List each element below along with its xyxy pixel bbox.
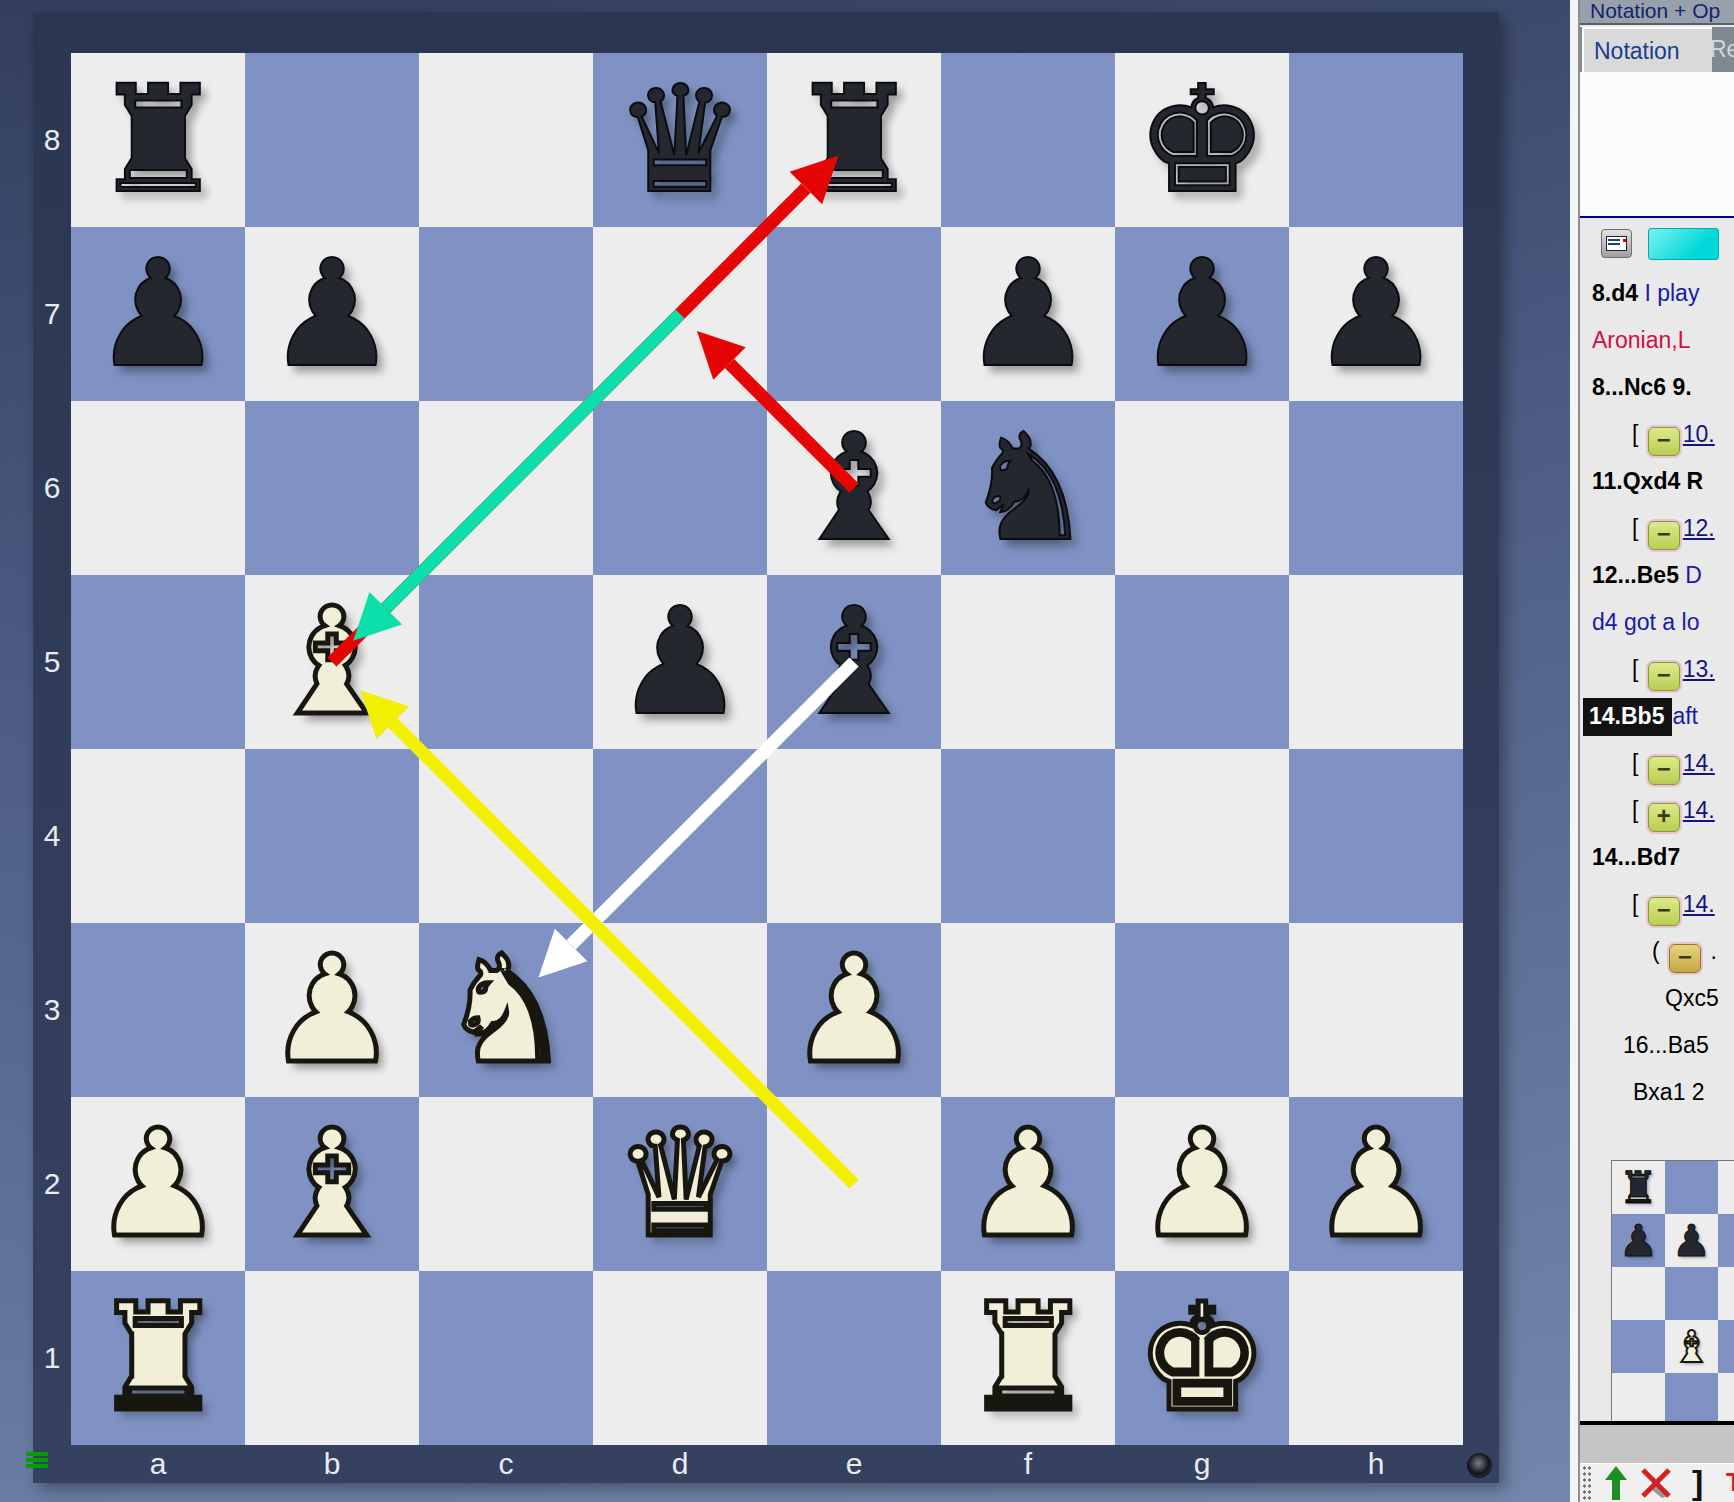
move-link[interactable]: 14.	[1683, 891, 1715, 917]
square-g4[interactable]	[1115, 749, 1289, 923]
text: (	[1652, 938, 1666, 964]
square-a4[interactable]	[1612, 1373, 1665, 1422]
square-d5[interactable]: ♟	[593, 575, 767, 749]
file-label-a: a	[71, 1445, 245, 1483]
square-f2[interactable]: ♟	[941, 1097, 1115, 1271]
square-d1[interactable]	[593, 1271, 767, 1445]
annotation-icon-row	[1580, 226, 1734, 262]
square-a7[interactable]: ♟	[1612, 1214, 1665, 1267]
rank-label-8: 8	[33, 53, 71, 227]
square-a6[interactable]	[71, 401, 245, 575]
panel-splitter[interactable]	[1570, 0, 1580, 1502]
bottom-toolbar: ] T	[1580, 1464, 1734, 1502]
board-corner-knob-icon[interactable]	[1467, 1453, 1492, 1478]
square-h8[interactable]	[1289, 53, 1463, 227]
square-c4[interactable]	[1718, 1373, 1734, 1422]
square-g1[interactable]: ♚	[1115, 1271, 1289, 1445]
notation-line-10: [ −14.	[1580, 740, 1734, 787]
notation-line-3: [ −10.	[1580, 411, 1734, 458]
notation-line-12: 14...Bd7	[1580, 834, 1734, 881]
move-link[interactable]: 14.	[1683, 797, 1715, 823]
black-pawn-h7[interactable]: ♟	[1310, 227, 1443, 401]
file-label-e: e	[767, 1445, 941, 1483]
black-pawn-b7[interactable]: ♟	[266, 227, 399, 401]
square-c6[interactable]	[419, 401, 593, 575]
black-bishop-e5[interactable]: ♝	[788, 575, 921, 749]
panel-title: Notation + Op	[1580, 0, 1734, 25]
square-a1[interactable]: ♜	[71, 1271, 245, 1445]
text: .	[1704, 938, 1717, 964]
square-e5[interactable]: ♝	[767, 575, 941, 749]
file-label-c: c	[419, 1445, 593, 1483]
notation-line-17: Bxa1 2	[1580, 1069, 1734, 1116]
collapse-variation-button[interactable]: −	[1648, 756, 1680, 785]
text: [	[1632, 656, 1645, 682]
black-king-g8[interactable]: ♚	[1136, 53, 1269, 227]
white-knight-c3[interactable]: ♞	[440, 923, 573, 1097]
notation-text: 8.d4 I playAronian,L8...Nc6 9.[ −10.11.Q…	[1580, 270, 1734, 1116]
comment-text: I play	[1638, 280, 1699, 306]
square-b6[interactable]	[245, 401, 419, 575]
comment-text: aft	[1672, 703, 1698, 729]
notation-line-4: 11.Qxd4 R	[1580, 458, 1734, 505]
notation-line-15: Qxc5	[1580, 975, 1734, 1022]
notation-line-0: 8.d4 I play	[1580, 270, 1734, 317]
text: [	[1632, 891, 1645, 917]
square-c7[interactable]	[1718, 1214, 1734, 1267]
move-link[interactable]: 12.	[1683, 515, 1715, 541]
square-b5[interactable]: ♝	[245, 575, 419, 749]
square-g2[interactable]: ♟	[1115, 1097, 1289, 1271]
square-b7[interactable]: ♟	[1665, 1214, 1718, 1267]
move-link[interactable]: 13.	[1683, 656, 1715, 682]
white-rook-a1[interactable]: ♜	[92, 1271, 225, 1445]
square-h5[interactable]	[1289, 575, 1463, 749]
clipped-red-icon[interactable]: T	[1726, 1464, 1734, 1502]
black-rook-a8[interactable]: ♜	[92, 53, 225, 227]
square-h2[interactable]: ♟	[1289, 1097, 1463, 1271]
expand-variation-button[interactable]: +	[1648, 803, 1680, 832]
square-h3[interactable]	[1289, 923, 1463, 1097]
square-e1[interactable]	[767, 1271, 941, 1445]
black-rook-a8[interactable]: ♜	[1619, 1161, 1658, 1214]
square-f5[interactable]	[941, 575, 1115, 749]
move-text[interactable]: 11.Qxd4 R	[1592, 468, 1703, 494]
square-f8[interactable]	[941, 53, 1115, 227]
rank-label-3: 3	[33, 923, 71, 1097]
square-b2[interactable]: ♝	[245, 1097, 419, 1271]
move-link[interactable]: 14.	[1683, 750, 1715, 776]
black-pawn-g7[interactable]: ♟	[1136, 227, 1269, 401]
square-f7[interactable]: ♟	[941, 227, 1115, 401]
player-name: Aronian,L	[1592, 327, 1690, 353]
square-d8[interactable]: ♛	[593, 53, 767, 227]
notation-line-11: [ +14.	[1580, 787, 1734, 834]
notation-line-7: d4 got a lo	[1580, 599, 1734, 646]
separator-line	[1580, 216, 1734, 218]
square-a2[interactable]: ♟	[71, 1097, 245, 1271]
square-b8[interactable]	[245, 53, 419, 227]
notation-line-16: 16...Ba5	[1580, 1022, 1734, 1069]
black-knight-f6[interactable]: ♞	[962, 401, 1095, 575]
square-e2[interactable]	[767, 1097, 941, 1271]
white-bishop-b2[interactable]: ♝	[266, 1097, 399, 1271]
black-pawn-f7[interactable]: ♟	[962, 227, 1095, 401]
square-b3[interactable]: ♟	[245, 923, 419, 1097]
white-rook-f1[interactable]: ♜	[962, 1271, 1095, 1445]
black-rook-e8[interactable]: ♜	[788, 53, 921, 227]
square-a8[interactable]: ♜	[71, 53, 245, 227]
square-a5[interactable]	[1612, 1320, 1665, 1373]
square-b4[interactable]	[245, 749, 419, 923]
toolbar-drag-handle[interactable]	[1582, 1465, 1592, 1501]
move-text[interactable]: 8...Nc6 9.	[1592, 374, 1692, 400]
white-pawn-f2[interactable]: ♟	[962, 1097, 1095, 1271]
rank-label-6: 6	[33, 401, 71, 575]
delete-x-icon[interactable]	[1638, 1464, 1674, 1502]
square-a3[interactable]	[71, 923, 245, 1097]
square-f3[interactable]	[941, 923, 1115, 1097]
collapse-variation-button[interactable]: −	[1648, 521, 1680, 550]
white-queen-d2[interactable]: ♛	[614, 1097, 747, 1271]
file-label-h: h	[1289, 1445, 1463, 1483]
current-move-highlight[interactable]: 14.Bb5	[1583, 698, 1672, 736]
collapse-variation-button[interactable]: −	[1648, 662, 1680, 691]
white-pawn-h2[interactable]: ♟	[1310, 1097, 1443, 1271]
square-g5[interactable]	[1115, 575, 1289, 749]
square-b5[interactable]: ♝	[1665, 1320, 1718, 1373]
notation-line-5: [ −12.	[1580, 505, 1734, 552]
rank-label-7: 7	[33, 227, 71, 401]
square-d6[interactable]	[593, 401, 767, 575]
arrow-color-swatch[interactable]	[1648, 228, 1719, 260]
square-b4[interactable]	[1665, 1373, 1718, 1422]
square-a6[interactable]	[1612, 1267, 1665, 1320]
text: [	[1632, 515, 1645, 541]
file-label-g: g	[1115, 1445, 1289, 1483]
square-f1[interactable]: ♜	[941, 1271, 1115, 1445]
file-label-b: b	[245, 1445, 419, 1483]
black-bishop-e6[interactable]: ♝	[788, 401, 921, 575]
white-king-g1[interactable]: ♚	[1136, 1271, 1269, 1445]
rank-label-5: 5	[33, 575, 71, 749]
notation-line-14: ( − .	[1580, 928, 1734, 975]
square-e3[interactable]: ♟	[767, 923, 941, 1097]
square-h4[interactable]	[1289, 749, 1463, 923]
chessbase-window: { "game": "chess", "position": { "fen": …	[0, 0, 1734, 1502]
square-c4[interactable]	[419, 749, 593, 923]
black-pawn-d5[interactable]: ♟	[614, 575, 747, 749]
collapse-variation-button[interactable]: −	[1669, 944, 1701, 973]
square-d7[interactable]	[593, 227, 767, 401]
square-a7[interactable]: ♟	[71, 227, 245, 401]
square-c8[interactable]	[1718, 1161, 1734, 1214]
square-b8[interactable]	[1665, 1161, 1718, 1214]
square-c6[interactable]	[1718, 1267, 1734, 1320]
up-arrow-icon[interactable]	[1604, 1464, 1628, 1502]
square-b1[interactable]	[245, 1271, 419, 1445]
square-g8[interactable]: ♚	[1115, 53, 1289, 227]
bracket-icon[interactable]: ]	[1692, 1464, 1703, 1502]
square-h6[interactable]	[1289, 401, 1463, 575]
notation-line-8: [ −13.	[1580, 646, 1734, 693]
square-h1[interactable]	[1289, 1271, 1463, 1445]
square-c7[interactable]	[419, 227, 593, 401]
black-queen-d8[interactable]: ♛	[614, 53, 747, 227]
panel-grey-bar	[1580, 1425, 1734, 1464]
rank-label-4: 4	[33, 749, 71, 923]
tab-reference[interactable]: Re	[1704, 27, 1734, 72]
white-pawn-e3[interactable]: ♟	[788, 923, 921, 1097]
notation-panel: Notation + Op Notation Re 8.d4 I playAro…	[1580, 0, 1734, 1502]
text: [	[1632, 797, 1645, 823]
notation-line-1: Aronian,L	[1580, 317, 1734, 364]
square-e4[interactable]	[767, 749, 941, 923]
square-c3[interactable]: ♞	[419, 923, 593, 1097]
square-e6[interactable]: ♝	[767, 401, 941, 575]
move-text[interactable]: 12...Be5	[1592, 562, 1679, 588]
square-c2[interactable]	[419, 1097, 593, 1271]
square-c5[interactable]	[1718, 1320, 1734, 1373]
collapse-variation-button[interactable]: −	[1648, 897, 1680, 926]
square-c8[interactable]	[419, 53, 593, 227]
white-pawn-g2[interactable]: ♟	[1136, 1097, 1269, 1271]
notation-line-2: 8...Nc6 9.	[1580, 364, 1734, 411]
white-pawn-b3[interactable]: ♟	[266, 923, 399, 1097]
mini-board-preview: ♜♛♜♚♟♟♟♟♟♝♞♝♟♝♟♞♟♟♝♛♟♟♟♜♜♚	[1611, 1160, 1734, 1422]
chess-board[interactable]: ♜♛♜♚♟♟♟♟♟♝♞♝♟♝♟♞♟♟♝♛♟♟♟♜♜♚	[71, 53, 1463, 1445]
black-pawn-b7[interactable]: ♟	[1672, 1214, 1711, 1267]
envelope-icon[interactable]	[1601, 229, 1632, 258]
square-f6[interactable]: ♞	[941, 401, 1115, 575]
text: 16...Ba5	[1623, 1032, 1709, 1058]
square-c1[interactable]	[419, 1271, 593, 1445]
square-a4[interactable]	[71, 749, 245, 923]
black-pawn-a7[interactable]: ♟	[92, 227, 225, 401]
rank-label-1: 1	[33, 1271, 71, 1445]
text: Bxa1 2	[1633, 1079, 1705, 1105]
tab-content-empty	[1580, 72, 1734, 216]
move-text[interactable]: 8.d4	[1592, 280, 1638, 306]
panel-tabbar: Notation Re	[1580, 27, 1734, 72]
file-label-f: f	[941, 1445, 1115, 1483]
move-link[interactable]: 10.	[1683, 421, 1715, 447]
square-h7[interactable]: ♟	[1289, 227, 1463, 401]
square-d3[interactable]	[593, 923, 767, 1097]
mini-board: ♜♛♜♚♟♟♟♟♟♝♞♝♟♝♟♞♟♟♝♛♟♟♟♜♜♚	[1612, 1161, 1734, 1422]
square-f4[interactable]	[941, 749, 1115, 923]
comment-text: d4 got a lo	[1592, 609, 1699, 635]
square-a5[interactable]	[71, 575, 245, 749]
comment-text: D	[1679, 562, 1702, 588]
square-a8[interactable]: ♜	[1612, 1161, 1665, 1214]
square-d2[interactable]: ♛	[593, 1097, 767, 1271]
square-b6[interactable]	[1665, 1267, 1718, 1320]
text: Qxc5	[1665, 985, 1719, 1011]
notation-line-9: 14.Bb5aft	[1580, 693, 1734, 740]
square-g7[interactable]: ♟	[1115, 227, 1289, 401]
white-pawn-a2[interactable]: ♟	[92, 1097, 225, 1271]
move-text[interactable]: 14...Bd7	[1592, 844, 1680, 870]
square-g6[interactable]	[1115, 401, 1289, 575]
white-bishop-b5[interactable]: ♝	[1672, 1320, 1711, 1373]
board-menu-icon[interactable]	[26, 1450, 48, 1470]
black-pawn-a7[interactable]: ♟	[1619, 1214, 1658, 1267]
collapse-variation-button[interactable]: −	[1648, 427, 1680, 456]
file-label-d: d	[593, 1445, 767, 1483]
square-d4[interactable]	[593, 749, 767, 923]
tab-notation[interactable]: Notation	[1582, 27, 1712, 74]
square-b7[interactable]: ♟	[245, 227, 419, 401]
square-e7[interactable]	[767, 227, 941, 401]
square-g3[interactable]	[1115, 923, 1289, 1097]
text: [	[1632, 421, 1645, 447]
square-e8[interactable]: ♜	[767, 53, 941, 227]
square-c5[interactable]	[419, 575, 593, 749]
rank-label-2: 2	[33, 1097, 71, 1271]
notation-line-6: 12...Be5 D	[1580, 552, 1734, 599]
notation-line-13: [ −14.	[1580, 881, 1734, 928]
text: [	[1632, 750, 1645, 776]
white-bishop-b5[interactable]: ♝	[266, 575, 399, 749]
